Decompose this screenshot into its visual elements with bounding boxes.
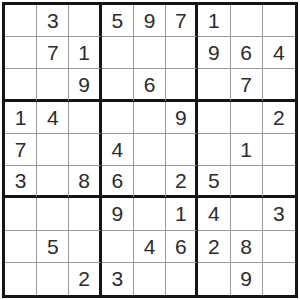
cell-r7c5[interactable] — [134, 198, 166, 230]
cell-r8c6[interactable]: 6 — [166, 231, 198, 263]
cell-r2c3[interactable]: 1 — [69, 37, 101, 69]
cell-r8c7[interactable]: 2 — [198, 231, 230, 263]
cell-r5c2[interactable] — [37, 134, 69, 166]
cell-r8c4[interactable] — [102, 231, 134, 263]
cell-r7c4[interactable]: 9 — [102, 198, 134, 230]
cell-r9c7[interactable] — [198, 263, 230, 295]
cell-r2c9[interactable]: 4 — [263, 37, 295, 69]
cell-r2c2[interactable]: 7 — [37, 37, 69, 69]
cell-r9c1[interactable] — [5, 263, 37, 295]
cell-r8c9[interactable] — [263, 231, 295, 263]
cell-r5c5[interactable] — [134, 134, 166, 166]
cell-r3c8[interactable]: 7 — [231, 69, 263, 101]
cell-r4c7[interactable] — [198, 102, 230, 134]
cell-r2c7[interactable]: 9 — [198, 37, 230, 69]
cell-r2c4[interactable] — [102, 37, 134, 69]
cell-r6c9[interactable] — [263, 166, 295, 198]
cell-r7c1[interactable] — [5, 198, 37, 230]
cell-r6c7[interactable]: 5 — [198, 166, 230, 198]
cell-r5c4[interactable]: 4 — [102, 134, 134, 166]
cell-r9c5[interactable] — [134, 263, 166, 295]
cell-r3c6[interactable] — [166, 69, 198, 101]
cell-r3c3[interactable]: 9 — [69, 69, 101, 101]
cell-r9c2[interactable] — [37, 263, 69, 295]
cell-r7c8[interactable] — [231, 198, 263, 230]
cell-r9c8[interactable]: 9 — [231, 263, 263, 295]
cell-r4c1[interactable]: 1 — [5, 102, 37, 134]
cell-r5c3[interactable] — [69, 134, 101, 166]
cell-r4c8[interactable] — [231, 102, 263, 134]
cell-r3c9[interactable] — [263, 69, 295, 101]
cell-r8c3[interactable] — [69, 231, 101, 263]
cell-r5c8[interactable]: 1 — [231, 134, 263, 166]
cell-r2c5[interactable] — [134, 37, 166, 69]
cell-r9c4[interactable]: 3 — [102, 263, 134, 295]
cell-r3c4[interactable] — [102, 69, 134, 101]
sudoku-board: 3597171964967149274138625914354628239 — [5, 5, 295, 295]
cell-r1c4[interactable]: 5 — [102, 5, 134, 37]
cell-r5c9[interactable] — [263, 134, 295, 166]
cell-r4c9[interactable]: 2 — [263, 102, 295, 134]
cell-r3c1[interactable] — [5, 69, 37, 101]
cell-r9c3[interactable]: 2 — [69, 263, 101, 295]
cell-r5c6[interactable] — [166, 134, 198, 166]
cell-r8c8[interactable]: 8 — [231, 231, 263, 263]
cell-r2c1[interactable] — [5, 37, 37, 69]
cell-r3c2[interactable] — [37, 69, 69, 101]
cell-r4c4[interactable] — [102, 102, 134, 134]
cell-r4c3[interactable] — [69, 102, 101, 134]
cell-r9c9[interactable] — [263, 263, 295, 295]
cell-r1c2[interactable]: 3 — [37, 5, 69, 37]
cell-r1c6[interactable]: 7 — [166, 5, 198, 37]
cell-r5c7[interactable] — [198, 134, 230, 166]
cell-r7c6[interactable]: 1 — [166, 198, 198, 230]
cell-r6c3[interactable]: 8 — [69, 166, 101, 198]
cell-r1c1[interactable] — [5, 5, 37, 37]
cell-r2c6[interactable] — [166, 37, 198, 69]
cell-r6c4[interactable]: 6 — [102, 166, 134, 198]
cell-r4c5[interactable] — [134, 102, 166, 134]
cell-r4c6[interactable]: 9 — [166, 102, 198, 134]
cell-r1c3[interactable] — [69, 5, 101, 37]
cell-r7c2[interactable] — [37, 198, 69, 230]
cell-r1c8[interactable] — [231, 5, 263, 37]
cell-r2c8[interactable]: 6 — [231, 37, 263, 69]
cell-r7c9[interactable]: 3 — [263, 198, 295, 230]
cell-r6c1[interactable]: 3 — [5, 166, 37, 198]
cell-r5c1[interactable]: 7 — [5, 134, 37, 166]
cell-r6c8[interactable] — [231, 166, 263, 198]
cell-r3c5[interactable]: 6 — [134, 69, 166, 101]
cell-r8c5[interactable]: 4 — [134, 231, 166, 263]
cell-r1c5[interactable]: 9 — [134, 5, 166, 37]
cell-r1c9[interactable] — [263, 5, 295, 37]
cell-r6c5[interactable] — [134, 166, 166, 198]
cell-r6c6[interactable]: 2 — [166, 166, 198, 198]
cell-r6c2[interactable] — [37, 166, 69, 198]
cell-r1c7[interactable]: 1 — [198, 5, 230, 37]
cell-r3c7[interactable] — [198, 69, 230, 101]
cell-r7c7[interactable]: 4 — [198, 198, 230, 230]
cell-r8c1[interactable] — [5, 231, 37, 263]
cell-r8c2[interactable]: 5 — [37, 231, 69, 263]
cell-r4c2[interactable]: 4 — [37, 102, 69, 134]
cell-r9c6[interactable] — [166, 263, 198, 295]
sudoku-board-frame: 3597171964967149274138625914354628239 — [2, 2, 298, 298]
cell-r7c3[interactable] — [69, 198, 101, 230]
